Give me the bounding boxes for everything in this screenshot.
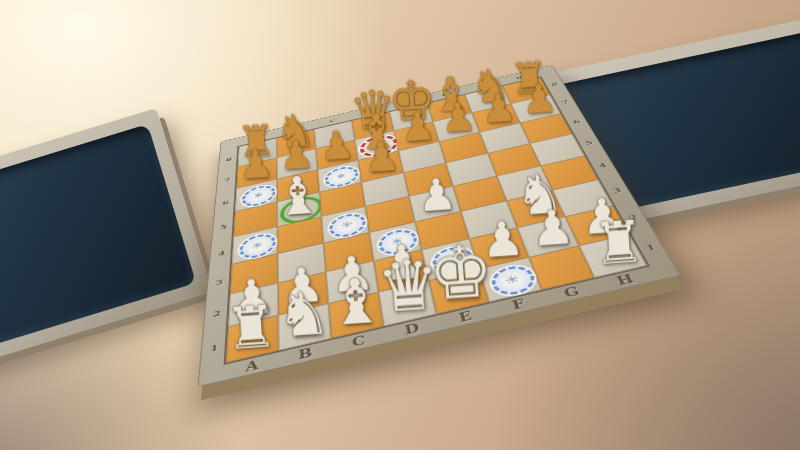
file-label-bottom-G: G: [562, 284, 582, 300]
piece-white-pawn-g2[interactable]: ♟: [529, 204, 575, 252]
piece-black-pawn-g7[interactable]: ♟: [480, 89, 517, 128]
rank-label-left-6: 6: [222, 199, 229, 206]
piece-white-bishop-b5[interactable]: ♝: [273, 170, 323, 223]
rank-label-right-5: 5: [584, 139, 594, 146]
square-b1[interactable]: ♞: [278, 304, 331, 351]
file-label-bottom-C: C: [351, 333, 366, 349]
rank-label-left-2: 2: [213, 308, 221, 318]
captured-pieces-tray-left-surface: [0, 124, 196, 352]
chess-3d-scene: ♜♞♛♚♝♞♜♟♟♟♝♟♟♟♟♟♝♟♞♟♟♟♟♟♟♟♜♞♝♛♚♜ AABBCCD…: [0, 0, 800, 450]
piece-white-pawn-e4[interactable]: ♟: [415, 173, 457, 217]
captured-pieces-tray-left: [0, 108, 212, 368]
file-label-bottom-F: F: [510, 297, 526, 312]
rank-label-right-6: 6: [572, 118, 581, 124]
file-label-bottom-D: D: [404, 321, 421, 337]
piece-black-pawn-f7[interactable]: ♟: [439, 99, 476, 138]
rank-label-left-8: 8: [226, 156, 232, 162]
piece-black-pawn-e7[interactable]: ♟: [399, 108, 436, 147]
board-wrapper: ♜♞♛♚♝♞♜♟♟♟♝♟♟♟♟♟♝♟♞♟♟♟♟♟♟♟♜♞♝♛♚♜ AABBCCD…: [166, 0, 651, 438]
piece-black-pawn-d6[interactable]: ♟: [362, 138, 401, 179]
rank-label-left-7: 7: [224, 176, 231, 183]
rank-label-right-8: 8: [550, 81, 558, 87]
file-label-bottom-B: B: [298, 345, 313, 362]
file-label-bottom-E: E: [457, 309, 473, 325]
square-a1[interactable]: ♜: [226, 315, 279, 363]
square-c1[interactable]: ♝: [328, 292, 383, 338]
piece-black-pawn-a7[interactable]: ♟: [237, 145, 274, 184]
rank-label-left-5: 5: [220, 223, 227, 231]
file-label-bottom-A: A: [245, 358, 258, 375]
file-label-bottom-H: H: [614, 272, 636, 288]
rank-label-left-1: 1: [210, 342, 219, 353]
piece-black-pawn-c7[interactable]: ♟: [318, 127, 355, 166]
piece-white-rook-h1[interactable]: ♜: [591, 215, 646, 273]
rank-label-left-4: 4: [218, 249, 225, 257]
rank-label-right-1: 1: [644, 242, 656, 251]
rank-label-right-7: 7: [561, 99, 570, 105]
board-grid: ♜♞♛♚♝♞♜♟♟♟♝♟♟♟♟♟♝♟♞♟♟♟♟♟♟♟♜♞♝♛♚♜: [226, 77, 647, 362]
piece-white-bishop-c1[interactable]: ♝: [325, 270, 385, 333]
piece-white-rook-a1[interactable]: ♜: [223, 299, 278, 357]
legal-move-marker-f1[interactable]: [488, 262, 539, 298]
rank-label-left-3: 3: [216, 277, 224, 286]
rank-label-right-4: 4: [597, 161, 607, 168]
piece-white-knight-b1[interactable]: ♞: [274, 285, 332, 346]
square-d1[interactable]: ♛: [379, 280, 437, 326]
